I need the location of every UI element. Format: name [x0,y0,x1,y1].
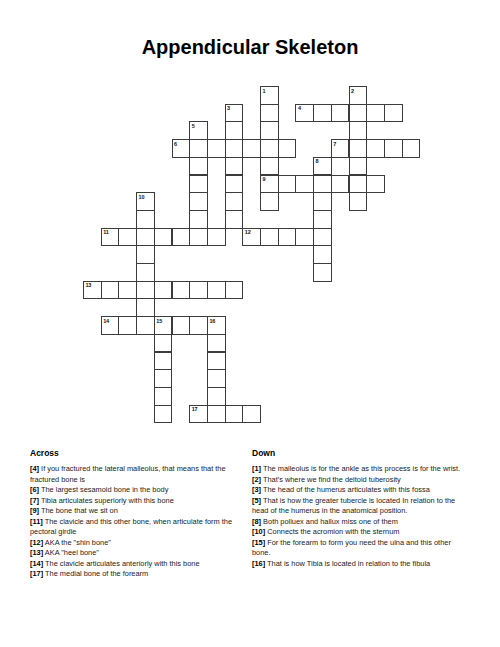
grid-cell-r4c6[interactable] [189,157,208,176]
clue-down-10: [10] Connects the acromion with the ster… [252,527,471,538]
grid-cell-r11c7[interactable] [207,281,226,300]
grid-cell-r18c4[interactable] [154,405,173,424]
clue-down-5: [5] That is how the greater tubercle is … [252,496,471,517]
grid-cell-r13c4[interactable]: 15 [154,316,173,335]
clue-down-15: [15] For the forearm to form you need th… [252,538,471,559]
grid-cell-r5c16[interactable] [366,175,385,194]
grid-cell-r13c5[interactable] [172,316,191,335]
grid-cell-r17c4[interactable] [154,387,173,406]
grid-cell-r3c15[interactable] [349,139,368,158]
down-header: Down [252,448,471,458]
grid-cell-r7c3[interactable] [136,210,155,229]
clue-number-label: [10] [252,527,265,536]
clue-number-label: [3] [252,485,261,494]
cell-number: 1 [263,88,266,94]
grid-cell-r13c6[interactable] [189,316,208,335]
grid-cell-r13c7[interactable]: 16 [207,316,226,335]
grid-cell-r8c12[interactable] [295,228,314,247]
cell-number: 12 [245,229,251,235]
grid-cell-r11c4[interactable] [154,281,173,300]
grid-cell-r3c17[interactable] [384,139,403,158]
grid-cell-r3c7[interactable] [207,139,226,158]
grid-cell-r9c3[interactable] [136,245,155,264]
grid-cell-r3c8[interactable] [225,139,244,158]
clue-number-label: [14] [30,559,43,568]
grid-cell-r6c8[interactable] [225,192,244,211]
cell-number: 13 [86,282,92,288]
clue-number-label: [9] [30,506,39,515]
cell-number: 3 [227,105,230,111]
clue-number-label: [4] [30,464,39,473]
grid-cell-r17c7[interactable] [207,387,226,406]
cell-number: 5 [192,123,195,129]
clue-number-label: [8] [252,517,261,526]
grid-cell-r8c13[interactable] [313,228,332,247]
down-clue-list: [1] The malleolus is for the ankle as th… [252,464,471,569]
grid-cell-r18c6[interactable]: 17 [189,405,208,424]
grid-cell-r11c1[interactable] [101,281,120,300]
cell-number: 15 [156,318,162,324]
grid-cell-r0c10[interactable]: 1 [260,86,279,105]
clue-across-7: [7] Tibia articulates superiorly with th… [30,496,251,507]
grid-cell-r1c8[interactable]: 3 [225,104,244,123]
grid-cell-r8c11[interactable] [278,228,297,247]
grid-cell-r14c7[interactable] [207,334,226,353]
grid-cell-r2c15[interactable] [349,121,368,140]
grid-cell-r3c18[interactable] [402,139,421,158]
grid-cell-r5c8[interactable] [225,175,244,194]
grid-cell-r13c1[interactable]: 14 [101,316,120,335]
clue-number-label: [13] [30,548,43,557]
grid-cell-r2c8[interactable] [225,121,244,140]
clue-number-label: [2] [252,475,261,484]
grid-cell-r3c9[interactable] [242,139,261,158]
grid-cell-r16c7[interactable] [207,369,226,388]
grid-cell-r9c13[interactable] [313,245,332,264]
clue-across-9: [9] The bone that we sit on [30,506,251,517]
puzzle-title: Appendicular Skeleton [0,36,500,59]
grid-cell-r3c10[interactable] [260,139,279,158]
grid-cell-r14c4[interactable] [154,334,173,353]
grid-cell-r11c5[interactable] [172,281,191,300]
grid-cell-r1c10[interactable] [260,104,279,123]
clue-number-label: [15] [252,538,265,547]
cell-number: 4 [298,105,301,111]
clue-down-1: [1] The malleolus is for the ankle as th… [252,464,471,475]
grid-cell-r6c6[interactable] [189,192,208,211]
cell-number: 7 [333,141,336,147]
cell-number: 17 [192,406,198,412]
cell-number: 2 [351,88,354,94]
across-clues-column: Across [4] If you fractured the lateral … [30,448,251,580]
grid-cell-r8c4[interactable] [154,228,173,247]
clue-number-label: [7] [30,496,39,505]
grid-cell-r5c14[interactable] [331,175,350,194]
clue-across-4: [4] If you fractured the lateral malleol… [30,464,251,485]
grid-cell-r2c6[interactable]: 5 [189,121,208,140]
grid-cell-r6c15[interactable] [349,192,368,211]
across-clue-list: [4] If you fractured the lateral malleol… [30,464,251,580]
grid-cell-r4c8[interactable] [225,157,244,176]
grid-cell-r6c3[interactable]: 10 [136,192,155,211]
grid-cell-r0c15[interactable]: 2 [349,86,368,105]
grid-cell-r7c8[interactable] [225,210,244,229]
grid-cell-r18c9[interactable] [242,405,261,424]
grid-cell-r5c11[interactable] [278,175,297,194]
cell-number: 10 [139,194,145,200]
grid-cell-r3c11[interactable] [278,139,297,158]
grid-cell-r1c15[interactable] [349,104,368,123]
clue-number-label: [1] [252,464,261,473]
cell-number: 8 [316,158,319,164]
grid-cell-r13c3[interactable] [136,316,155,335]
grid-cell-r5c10[interactable]: 9 [260,175,279,194]
grid-cell-r11c8[interactable] [225,281,244,300]
clue-down-3: [3] The head of the humerus articulates … [252,485,471,496]
grid-cell-r1c14[interactable] [331,104,350,123]
grid-cell-r3c6[interactable] [189,139,208,158]
grid-cell-r1c13[interactable] [313,104,332,123]
grid-cell-r5c6[interactable] [189,175,208,194]
grid-cell-r6c13[interactable] [313,192,332,211]
crossword-page: Appendicular Skeleton 123456789101112131… [0,0,500,647]
crossword-grid: 1234567891011121314151617 [83,86,420,423]
cell-number: 11 [103,229,108,235]
grid-cell-r18c7[interactable] [207,405,226,424]
grid-cell-r11c3[interactable] [136,281,155,300]
grid-cell-r11c2[interactable] [118,281,137,300]
grid-cell-r5c13[interactable] [313,175,332,194]
clue-across-12: [12] AKA the "shin bone" [30,538,251,549]
grid-cell-r10c13[interactable] [313,263,332,282]
grid-cell-r6c10[interactable] [260,192,279,211]
clue-down-16: [16] That is how Tibia is located in rel… [252,559,471,570]
clue-number-label: [16] [252,559,265,568]
clue-number-label: [11] [30,517,43,526]
grid-cell-r4c15[interactable] [349,157,368,176]
grid-cell-r16c4[interactable] [154,369,173,388]
grid-cell-r8c6[interactable] [189,228,208,247]
clue-number-label: [17] [30,569,43,578]
grid-cell-r8c9[interactable]: 12 [242,228,261,247]
grid-cell-r11c0[interactable]: 13 [83,281,102,300]
clue-number-label: [12] [30,538,43,547]
grid-cell-r12c3[interactable] [136,298,155,317]
grid-cell-r3c14[interactable]: 7 [331,139,350,158]
grid-cell-r2c10[interactable] [260,121,279,140]
cell-number: 6 [174,141,177,147]
grid-cell-r5c12[interactable] [295,175,314,194]
grid-cell-r18c8[interactable] [225,405,244,424]
clue-across-11: [11] The clavicle and this other bone, w… [30,517,251,538]
across-header: Across [30,448,251,458]
grid-cell-r8c1[interactable]: 11 [101,228,120,247]
grid-cell-r13c2[interactable] [118,316,137,335]
cell-number: 16 [209,318,215,324]
grid-cell-r8c7[interactable] [207,228,226,247]
clue-across-17: [17] The medial bone of the forearm [30,569,251,580]
grid-cell-r11c6[interactable] [189,281,208,300]
grid-cell-r8c3[interactable] [136,228,155,247]
grid-cell-r8c5[interactable] [172,228,191,247]
grid-cell-r8c2[interactable] [118,228,137,247]
clue-across-6: [6] The largest sesamoid bone in the bod… [30,485,251,496]
clue-across-14: [14] The clavicle articulates anteriorly… [30,559,251,570]
grid-cell-r1c16[interactable] [366,104,385,123]
grid-cell-r7c6[interactable] [189,210,208,229]
clue-number-label: [6] [30,485,39,494]
clue-number-label: [5] [252,496,261,505]
clue-down-8: [8] Both polluex and hallux miss one of … [252,517,471,528]
cell-number: 9 [263,176,266,182]
down-clues-column: Down [1] The malleolus is for the ankle … [252,448,471,569]
grid-cell-r10c3[interactable] [136,263,155,282]
grid-cell-r1c12[interactable]: 4 [295,104,314,123]
grid-cell-r1c17[interactable] [384,104,403,123]
grid-cell-r15c7[interactable] [207,352,226,371]
grid-cell-r4c13[interactable]: 8 [313,157,332,176]
grid-cell-r15c4[interactable] [154,352,173,371]
clue-across-13: [13] AKA "heel bone" [30,548,251,559]
grid-cell-r3c5[interactable]: 6 [172,139,191,158]
grid-cell-r5c15[interactable] [349,175,368,194]
grid-cell-r8c10[interactable] [260,228,279,247]
grid-cell-r7c13[interactable] [313,210,332,229]
cell-number: 14 [103,318,109,324]
clue-down-2: [2] That's where we find the deltoid tub… [252,475,471,486]
grid-cell-r4c10[interactable] [260,157,279,176]
grid-cell-r3c16[interactable] [366,139,385,158]
